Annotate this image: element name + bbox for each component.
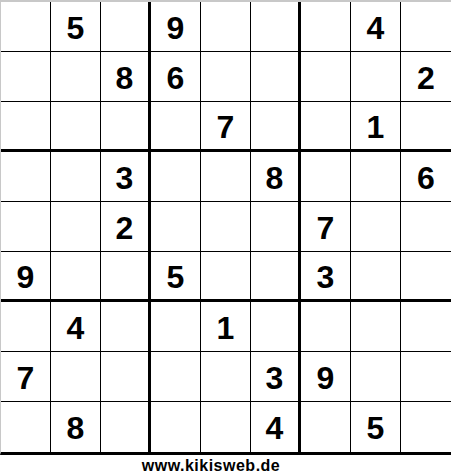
cell-r5c2[interactable] (51, 202, 101, 252)
cell-r1c2[interactable]: 5 (51, 2, 101, 52)
cell-r9c6[interactable]: 4 (251, 402, 301, 452)
cell-r3c4[interactable] (151, 102, 201, 152)
cell-r3c5[interactable]: 7 (201, 102, 251, 152)
cell-r6c3[interactable] (101, 252, 151, 302)
cell-r6c2[interactable] (51, 252, 101, 302)
cell-r6c1[interactable]: 9 (1, 252, 51, 302)
cell-r7c7[interactable] (301, 302, 351, 352)
cell-r1c6[interactable] (251, 2, 301, 52)
cell-r5c8[interactable] (351, 202, 401, 252)
cell-r8c8[interactable] (351, 352, 401, 402)
cell-r1c8[interactable]: 4 (351, 2, 401, 52)
cell-r7c9[interactable] (401, 302, 451, 352)
cell-r3c9[interactable] (401, 102, 451, 152)
cell-r4c2[interactable] (51, 152, 101, 202)
cell-r2c8[interactable] (351, 52, 401, 102)
cell-r4c1[interactable] (1, 152, 51, 202)
cell-r2c5[interactable] (201, 52, 251, 102)
cell-r4c9[interactable]: 6 (401, 152, 451, 202)
cell-r4c4[interactable] (151, 152, 201, 202)
cell-r9c7[interactable] (301, 402, 351, 452)
cell-r4c3[interactable]: 3 (101, 152, 151, 202)
cell-r9c9[interactable] (401, 402, 451, 452)
cell-r8c3[interactable] (101, 352, 151, 402)
cell-r3c7[interactable] (301, 102, 351, 152)
cell-r1c7[interactable] (301, 2, 351, 52)
cell-r3c6[interactable] (251, 102, 301, 152)
cell-r1c5[interactable] (201, 2, 251, 52)
cell-r6c8[interactable] (351, 252, 401, 302)
cell-r5c1[interactable] (1, 202, 51, 252)
cell-r5c9[interactable] (401, 202, 451, 252)
cell-r7c3[interactable] (101, 302, 151, 352)
cell-r8c1[interactable]: 7 (1, 352, 51, 402)
cell-r6c4[interactable]: 5 (151, 252, 201, 302)
cell-r6c5[interactable] (201, 252, 251, 302)
cell-r7c1[interactable] (1, 302, 51, 352)
cell-r3c1[interactable] (1, 102, 51, 152)
cell-r4c8[interactable] (351, 152, 401, 202)
cell-r5c5[interactable] (201, 202, 251, 252)
cell-r9c2[interactable]: 8 (51, 402, 101, 452)
cell-r7c6[interactable] (251, 302, 301, 352)
cell-r5c4[interactable] (151, 202, 201, 252)
cell-r4c7[interactable] (301, 152, 351, 202)
cell-r2c9[interactable]: 2 (401, 52, 451, 102)
cell-r5c7[interactable]: 7 (301, 202, 351, 252)
cell-r7c4[interactable] (151, 302, 201, 352)
cell-r3c8[interactable]: 1 (351, 102, 401, 152)
cell-r4c6[interactable]: 8 (251, 152, 301, 202)
cell-r2c1[interactable] (1, 52, 51, 102)
cell-r9c5[interactable] (201, 402, 251, 452)
cell-r8c7[interactable]: 9 (301, 352, 351, 402)
cell-r2c3[interactable]: 8 (101, 52, 151, 102)
cell-r8c6[interactable]: 3 (251, 352, 301, 402)
cell-r7c5[interactable]: 1 (201, 302, 251, 352)
cell-r4c5[interactable] (201, 152, 251, 202)
cell-r1c1[interactable] (1, 2, 51, 52)
cell-r7c2[interactable]: 4 (51, 302, 101, 352)
cell-r8c2[interactable] (51, 352, 101, 402)
cell-r7c8[interactable] (351, 302, 401, 352)
cell-r1c3[interactable] (101, 2, 151, 52)
cell-r6c9[interactable] (401, 252, 451, 302)
cell-r5c6[interactable] (251, 202, 301, 252)
cell-r5c3[interactable]: 2 (101, 202, 151, 252)
cell-r1c4[interactable]: 9 (151, 2, 201, 52)
website-watermark: www.kikisweb.de (0, 455, 451, 471)
cell-r9c1[interactable] (1, 402, 51, 452)
cell-r3c2[interactable] (51, 102, 101, 152)
sudoku-page: 594862713862795341739845 www.kikisweb.de (0, 0, 451, 471)
cell-r8c9[interactable] (401, 352, 451, 402)
cell-r6c6[interactable] (251, 252, 301, 302)
cell-r3c3[interactable] (101, 102, 151, 152)
cell-r2c4[interactable]: 6 (151, 52, 201, 102)
cell-r9c3[interactable] (101, 402, 151, 452)
cell-r1c9[interactable] (401, 2, 451, 52)
sudoku-board: 594862713862795341739845 (0, 0, 451, 455)
cell-r8c5[interactable] (201, 352, 251, 402)
cell-r2c2[interactable] (51, 52, 101, 102)
cell-r8c4[interactable] (151, 352, 201, 402)
cell-r9c4[interactable] (151, 402, 201, 452)
cell-r6c7[interactable]: 3 (301, 252, 351, 302)
cell-r2c6[interactable] (251, 52, 301, 102)
cell-r9c8[interactable]: 5 (351, 402, 401, 452)
cell-r2c7[interactable] (301, 52, 351, 102)
